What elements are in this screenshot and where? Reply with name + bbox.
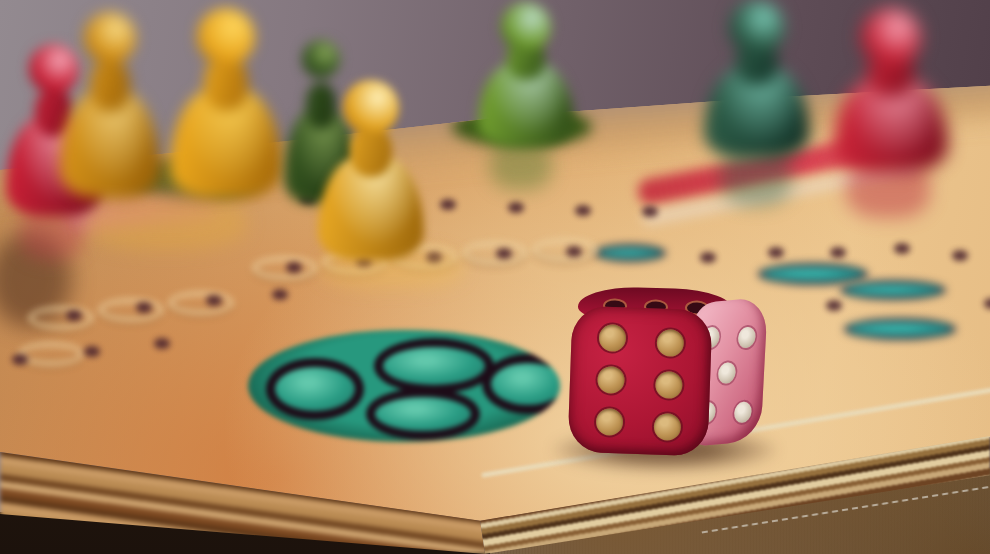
pawn-layer — [0, 0, 990, 554]
die-pip — [733, 401, 751, 423]
pawn-yellow-1 — [60, 12, 160, 198]
pawn-head — [302, 40, 340, 78]
pawn-neck — [90, 60, 130, 112]
red-die — [562, 284, 766, 466]
die-pip — [657, 329, 685, 357]
pawn-green-teal — [704, 0, 810, 158]
die-pip — [595, 408, 623, 436]
die-pip — [597, 366, 625, 394]
pawn-head — [197, 8, 255, 66]
ludo-photo-scene — [0, 0, 990, 554]
pawn-head — [861, 8, 920, 67]
pawn-head — [343, 80, 398, 135]
die-pip — [598, 324, 626, 352]
pawn-green-light — [478, 2, 574, 146]
pawn-red-back-right — [834, 8, 948, 172]
pawn-head — [501, 2, 551, 52]
die-pip — [654, 413, 682, 441]
pawn-head — [729, 0, 784, 55]
die-pip — [655, 371, 683, 399]
pawn-head — [84, 12, 136, 64]
pawn-yellow-2 — [170, 8, 282, 198]
die-pip — [737, 326, 755, 348]
die-front-face — [567, 306, 712, 457]
die-pip — [718, 362, 736, 384]
pawn-yellow-3 — [318, 80, 424, 260]
